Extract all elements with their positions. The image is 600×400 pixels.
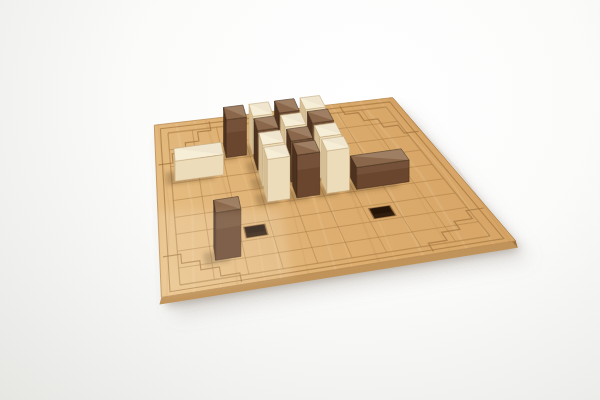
photo-scene	[0, 0, 600, 400]
dark-standing-block[interactable]	[224, 105, 247, 157]
game-board	[0, 0, 600, 400]
dark-standing-block[interactable]	[293, 140, 320, 198]
light-standing-block[interactable]	[264, 144, 290, 202]
light-lying-block[interactable]	[174, 142, 224, 181]
light-standing-block[interactable]	[322, 136, 350, 193]
